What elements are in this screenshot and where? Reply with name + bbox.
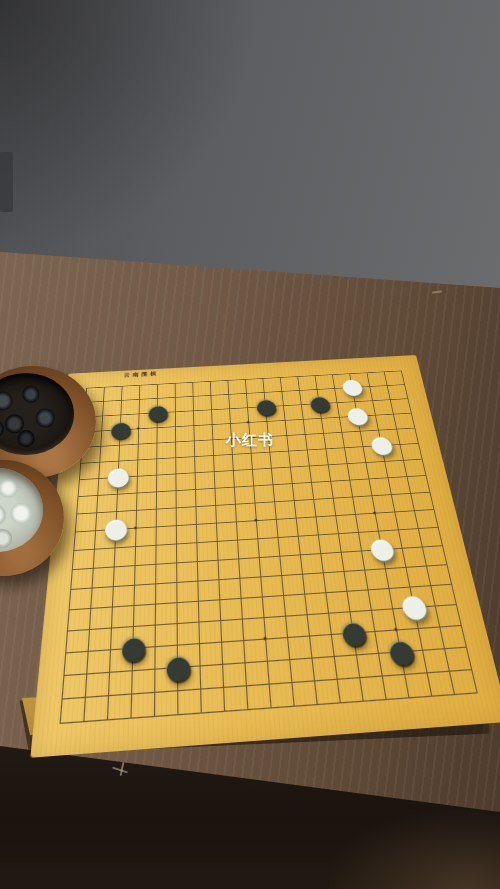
hoshi-point: [372, 511, 375, 514]
black-stone: ●: [340, 620, 366, 644]
black-stone: ●: [147, 404, 166, 420]
wall-shadow: [0, 0, 260, 260]
black-stone: ●: [110, 421, 130, 438]
go-board: 云南围棋 ●●●●●●●●●●●●●●●: [30, 355, 500, 758]
floor-highlight: [330, 810, 500, 889]
wall-edge-object: [0, 152, 13, 212]
hoshi-point: [136, 427, 139, 429]
xiaohongshu-watermark: 小红书: [226, 431, 274, 450]
white-stone: ●: [369, 539, 394, 560]
hoshi-point: [246, 421, 249, 423]
black-stone: ●: [165, 654, 189, 680]
white-stone: ●: [400, 595, 427, 618]
white-stone: ●: [341, 379, 362, 395]
board-wood-surface: 云南围棋 ●●●●●●●●●●●●●●●: [30, 355, 500, 758]
hoshi-point: [254, 518, 257, 521]
go-board-photo: 云南围棋 ●●●●●●●●●●●●●●● 小红书: [0, 0, 500, 889]
black-stone: ●: [255, 398, 275, 414]
hoshi-point: [134, 526, 137, 529]
hoshi-point: [393, 627, 397, 630]
black-stone: ●: [386, 639, 413, 664]
white-stone: ●: [104, 519, 126, 539]
white-stone: ●: [370, 437, 393, 455]
black-stone: ●: [120, 635, 144, 660]
white-stones-in-bowl: [0, 468, 43, 552]
black-stones-in-bowl: [0, 373, 74, 455]
hoshi-point: [263, 636, 267, 639]
black-stone: ●: [308, 395, 329, 411]
white-stone: ●: [346, 408, 368, 425]
white-stone: ●: [107, 468, 128, 487]
